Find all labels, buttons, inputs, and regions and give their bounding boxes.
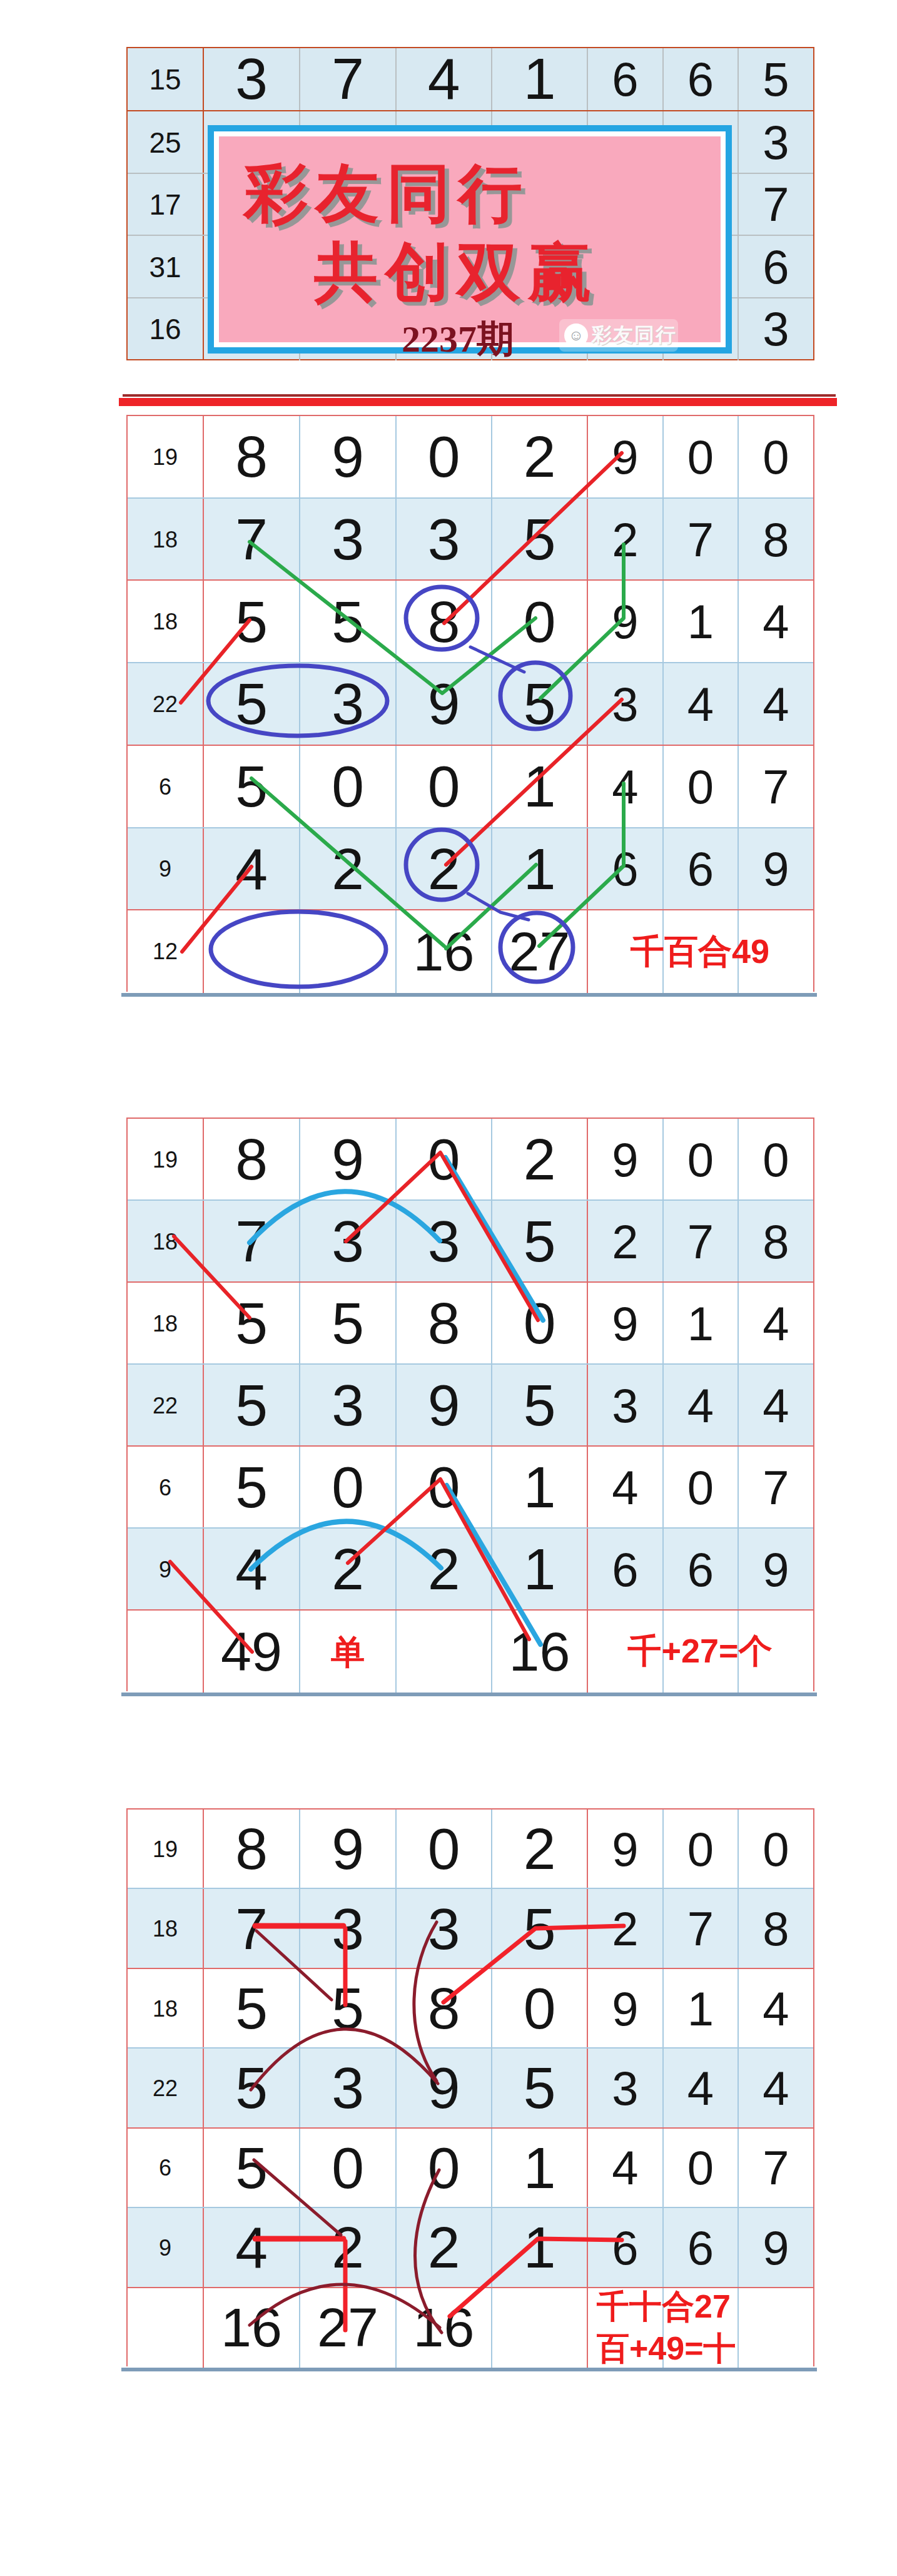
t3-r5-c7: 9	[737, 1529, 813, 1611]
t4-row-18: 187335278	[128, 1888, 813, 1967]
t3-r2-c2: 5	[299, 1283, 395, 1365]
t1-r0-c3: 4	[395, 48, 491, 110]
t4-r2-c7: 4	[737, 1969, 813, 2049]
t2-r4-c2: 0	[299, 746, 395, 828]
t3-r5-c6: 6	[662, 1529, 737, 1611]
t3-r0-c7: 0	[737, 1119, 813, 1201]
issue-number: 2237期	[402, 314, 514, 365]
t3-r4-c5: 4	[587, 1447, 662, 1529]
t4-r4-c3: 0	[395, 2129, 491, 2208]
t2-r3-c1: 5	[203, 663, 299, 746]
t3-row-9: 94221669	[128, 1527, 813, 1609]
t1-label-31: 31	[128, 236, 203, 298]
t4-r1-c1: 7	[203, 1889, 299, 1968]
t2-r0-c6: 0	[662, 416, 737, 499]
section-divider-dark-line	[123, 394, 836, 397]
t1-label-25: 25	[128, 111, 203, 173]
t2-r2-c1: 5	[203, 581, 299, 663]
t2-r3-c2: 3	[299, 663, 395, 746]
t2-r1-c2: 3	[299, 499, 395, 581]
t4-r3-c3: 9	[395, 2049, 491, 2128]
t2-r2-c2: 5	[299, 581, 395, 663]
t4-r4-c6: 0	[662, 2129, 737, 2208]
t2-label-19: 19	[128, 416, 203, 499]
t4-r3-c2: 3	[299, 2049, 395, 2128]
t4-row-22: 225395344	[128, 2047, 813, 2127]
t4-label-18: 18	[128, 1969, 203, 2049]
t2-bottom-border	[121, 993, 817, 997]
t2-row-22: 225395344	[128, 662, 813, 745]
t2-r1-c5: 2	[587, 499, 662, 581]
t4-label-footer	[128, 2288, 203, 2368]
t2-r5-c3: 2	[395, 828, 491, 911]
t1-label-16: 16	[128, 298, 203, 360]
t2-r2-c5: 9	[587, 581, 662, 663]
t3-label-footer	[128, 1611, 203, 1693]
footer-note-line2: 百+49=十	[597, 2328, 821, 2370]
t3-r5-c3: 2	[395, 1529, 491, 1611]
t2-r5-c2: 2	[299, 828, 395, 911]
t4-label-6: 6	[128, 2129, 203, 2208]
t4-label-9: 9	[128, 2208, 203, 2288]
t4-r5-c3: 2	[395, 2208, 491, 2288]
t3-r0-c3: 0	[395, 1119, 491, 1201]
t4-r2-c3: 8	[395, 1969, 491, 2049]
t4-r0-c1: 8	[203, 1810, 299, 1889]
t3-label-22: 22	[128, 1365, 203, 1447]
t1-r0-c5: 6	[587, 48, 662, 110]
t4-r0-c6: 0	[662, 1810, 737, 1889]
footer-note-line1: 千十合27	[597, 2286, 821, 2328]
t3-r1-c5: 2	[587, 1201, 662, 1283]
t3-r5-c2: 2	[299, 1529, 395, 1611]
t4-r6-c1: 16	[203, 2288, 299, 2368]
t2-row-9: 94221669	[128, 827, 813, 910]
t4-r0-c4: 2	[491, 1810, 587, 1889]
t3-r6-c4: 16	[491, 1611, 587, 1693]
t2-label-18: 18	[128, 499, 203, 581]
t2-r0-c4: 2	[491, 416, 587, 499]
t2-r0-c2: 9	[299, 416, 395, 499]
t4-r5-c6: 6	[662, 2208, 737, 2288]
t1-r0-c7: 5	[737, 48, 813, 110]
t2-r1-c1: 7	[203, 499, 299, 581]
t4-r5-c7: 9	[737, 2208, 813, 2288]
t3-r4-c4: 1	[491, 1447, 587, 1529]
t4-r1-c5: 2	[587, 1889, 662, 1968]
t2-label-12: 12	[128, 910, 203, 993]
lottery-trend-chart-page: 153741665253177316163 198902900187335278…	[0, 0, 897, 2576]
t3-r3-c2: 3	[299, 1365, 395, 1447]
t1-label-17: 17	[128, 174, 203, 236]
t2-r1-c3: 3	[395, 499, 491, 581]
t3-r3-c1: 5	[203, 1365, 299, 1447]
t3-label-18: 18	[128, 1283, 203, 1365]
t4-label-18: 18	[128, 1889, 203, 1968]
t2-r3-c6: 4	[662, 663, 737, 746]
t3-r1-c1: 7	[203, 1201, 299, 1283]
t3-r1-c3: 3	[395, 1201, 491, 1283]
t4-row-6: 65001407	[128, 2127, 813, 2207]
t4-row-19: 198902900	[128, 1808, 813, 1888]
t1-r0-c4: 1	[491, 48, 587, 110]
logo-text: 彩友同行	[592, 322, 677, 349]
t1-r4-c7: 3	[737, 298, 813, 360]
t4-r1-c7: 8	[737, 1889, 813, 1968]
t4-r1-c4: 5	[491, 1889, 587, 1968]
t1-label-15: 15	[128, 48, 203, 110]
t2-label-6: 6	[128, 746, 203, 828]
t2-r3-c4: 5	[491, 663, 587, 746]
t2-row-18: 187335278	[128, 497, 813, 580]
t2-r1-c7: 8	[737, 499, 813, 581]
banner-title-line2: 共创双赢	[314, 235, 726, 310]
t4-r6-c4	[491, 2288, 587, 2368]
t1-row-15: 153741665	[128, 48, 813, 110]
t2-label-18: 18	[128, 581, 203, 663]
t3-r4-c7: 7	[737, 1447, 813, 1529]
t3-row-19: 198902900	[128, 1117, 813, 1199]
t4-label-19: 19	[128, 1810, 203, 1889]
t2-r0-c7: 0	[737, 416, 813, 499]
t4-r4-c7: 7	[737, 2129, 813, 2208]
t2-row-19: 198902900	[128, 415, 813, 497]
t3-r2-c4: 0	[491, 1283, 587, 1365]
t3-r4-c1: 5	[203, 1447, 299, 1529]
t4-r4-c4: 1	[491, 2129, 587, 2208]
t1-r2-c7: 7	[737, 174, 813, 236]
watermark-logo: ☺ 彩友同行	[559, 319, 678, 352]
t3-r0-c4: 2	[491, 1119, 587, 1201]
t2-label-22: 22	[128, 663, 203, 746]
t4-r3-c1: 5	[203, 2049, 299, 2128]
t2-r3-c5: 3	[587, 663, 662, 746]
t2-r2-c4: 0	[491, 581, 587, 663]
t3-r4-c3: 0	[395, 1447, 491, 1529]
t2-r5-c5: 6	[587, 828, 662, 911]
t3-bottom-border	[121, 1693, 817, 1696]
trend-panel-1: 1989029001873352781855809142253953446500…	[126, 415, 814, 992]
t3-r3-c4: 5	[491, 1365, 587, 1447]
t4-r3-c5: 3	[587, 2049, 662, 2128]
t3-row-18: 185580914	[128, 1281, 813, 1363]
t3-r6-c2: 单	[299, 1611, 395, 1693]
t3-row-6: 65001407	[128, 1445, 813, 1527]
t2-r4-c3: 0	[395, 746, 491, 828]
t3-label-18: 18	[128, 1201, 203, 1283]
t4-r2-c6: 1	[662, 1969, 737, 2049]
t2-r6-c3: 16	[395, 910, 491, 993]
section-divider-red-line	[119, 398, 837, 406]
t1-r0-c6: 6	[662, 48, 737, 110]
t4-r2-c5: 9	[587, 1969, 662, 2049]
t3-r3-c3: 9	[395, 1365, 491, 1447]
banner-title-line1: 彩友同行	[244, 156, 726, 232]
t3-r5-c1: 4	[203, 1529, 299, 1611]
t2-r5-c6: 6	[662, 828, 737, 911]
t3-r2-c3: 8	[395, 1283, 491, 1365]
t1-r0-c1: 3	[203, 48, 299, 110]
t2-r2-c3: 8	[395, 581, 491, 663]
t4-r2-c1: 5	[203, 1969, 299, 2049]
t4-r3-c4: 5	[491, 2049, 587, 2128]
t4-r0-c7: 0	[737, 1810, 813, 1889]
t4-r4-c5: 4	[587, 2129, 662, 2208]
t4-r0-c2: 9	[299, 1810, 395, 1889]
t4-r2-c4: 0	[491, 1969, 587, 2049]
t3-row-18: 187335278	[128, 1199, 813, 1281]
t2-r4-c5: 4	[587, 746, 662, 828]
t3-r1-c6: 7	[662, 1201, 737, 1283]
t4-row-footer: 162716千十合27百+49=十	[128, 2287, 813, 2366]
t3-r0-c5: 9	[587, 1119, 662, 1201]
t1-r1-c7: 3	[737, 111, 813, 173]
t2-r5-c4: 1	[491, 828, 587, 911]
t4-r1-c6: 7	[662, 1889, 737, 1968]
t2-r1-c6: 7	[662, 499, 737, 581]
t3-r0-c2: 9	[299, 1119, 395, 1201]
t4-r6-c2: 27	[299, 2288, 395, 2368]
t4-r0-c5: 9	[587, 1810, 662, 1889]
t4-footer-note: 千十合27百+49=十	[588, 2288, 821, 2368]
t3-r1-c4: 5	[491, 1201, 587, 1283]
t3-r3-c6: 4	[662, 1365, 737, 1447]
t3-label-19: 19	[128, 1119, 203, 1201]
t3-r6-c1: 49	[203, 1611, 299, 1693]
t4-r6-c3: 16	[395, 2288, 491, 2368]
t3-r0-c1: 8	[203, 1119, 299, 1201]
t3-row-22: 225395344	[128, 1363, 813, 1445]
t4-r1-c3: 3	[395, 1889, 491, 1968]
t4-r5-c1: 4	[203, 2208, 299, 2288]
t2-r4-c4: 1	[491, 746, 587, 828]
t4-r5-c4: 1	[491, 2208, 587, 2288]
t3-r1-c2: 3	[299, 1201, 395, 1283]
t4-r3-c6: 4	[662, 2049, 737, 2128]
trend-panel-3: 1989029001873352781855809142253953446500…	[126, 1808, 814, 2366]
t2-r4-c1: 5	[203, 746, 299, 828]
t3-row-footer: 49单16千+27=个	[128, 1609, 813, 1691]
t2-r0-c3: 0	[395, 416, 491, 499]
t4-r1-c2: 3	[299, 1889, 395, 1968]
t2-r2-c6: 1	[662, 581, 737, 663]
t4-bottom-border	[121, 2368, 817, 2371]
t3-r1-c7: 8	[737, 1201, 813, 1283]
t3-r3-c7: 4	[737, 1365, 813, 1447]
t4-r3-c7: 4	[737, 2049, 813, 2128]
trend-panel-2: 1989029001873352781855809142253953446500…	[126, 1117, 814, 1691]
t4-row-18: 185580914	[128, 1968, 813, 2047]
t4-r4-c1: 5	[203, 2129, 299, 2208]
t2-r4-c6: 0	[662, 746, 737, 828]
t3-label-6: 6	[128, 1447, 203, 1529]
t3-r3-c5: 3	[587, 1365, 662, 1447]
t3-r2-c5: 9	[587, 1283, 662, 1365]
t4-r0-c3: 0	[395, 1810, 491, 1889]
t4-r5-c5: 6	[587, 2208, 662, 2288]
t3-r4-c2: 0	[299, 1447, 395, 1529]
t4-r2-c2: 5	[299, 1969, 395, 2049]
t2-r0-c1: 8	[203, 416, 299, 499]
t3-r2-c6: 1	[662, 1283, 737, 1365]
t1-r0-c2: 7	[299, 48, 395, 110]
t3-r2-c7: 4	[737, 1283, 813, 1365]
t2-r6-c4: 27	[491, 910, 587, 993]
t2-r5-c7: 9	[737, 828, 813, 911]
t2-r5-c1: 4	[203, 828, 299, 911]
t3-r2-c1: 5	[203, 1283, 299, 1365]
t2-r1-c4: 5	[491, 499, 587, 581]
t2-r6-c2	[299, 910, 395, 993]
t2-r3-c3: 9	[395, 663, 491, 746]
t2-row-18: 185580914	[128, 579, 813, 662]
t3-r0-c6: 0	[662, 1119, 737, 1201]
t2-r3-c7: 4	[737, 663, 813, 746]
t3-r5-c4: 1	[491, 1529, 587, 1611]
t2-label-9: 9	[128, 828, 203, 911]
t2-r0-c5: 9	[587, 416, 662, 499]
t2-r2-c7: 4	[737, 581, 813, 663]
t4-label-22: 22	[128, 2049, 203, 2128]
promo-banner: 彩友同行 共创双赢 2237期 ☺ 彩友同行	[208, 125, 732, 354]
t4-r5-c2: 2	[299, 2208, 395, 2288]
t2-row-6: 65001407	[128, 745, 813, 827]
t3-r4-c6: 0	[662, 1447, 737, 1529]
t4-r4-c2: 0	[299, 2129, 395, 2208]
t2-row-12: 121627千百合49	[128, 909, 813, 992]
chat-figures-icon: ☺	[564, 323, 588, 347]
t3-footer-note: 千+27=个	[588, 1611, 812, 1693]
t2-r6-c1	[203, 910, 299, 993]
t3-r6-c3	[395, 1611, 491, 1693]
t3-label-9: 9	[128, 1529, 203, 1611]
t4-row-9: 94221669	[128, 2207, 813, 2286]
t2-footer-note: 千百合49	[588, 910, 812, 993]
t3-r5-c5: 6	[587, 1529, 662, 1611]
t1-r3-c7: 6	[737, 236, 813, 298]
t2-r4-c7: 7	[737, 746, 813, 828]
